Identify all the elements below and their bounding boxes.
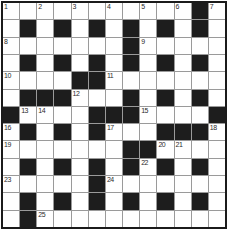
white-cell[interactable]: 25 <box>37 211 53 227</box>
black-cell <box>209 107 225 123</box>
white-cell[interactable] <box>157 38 173 54</box>
black-cell <box>20 124 36 140</box>
clue-number: 1 <box>4 3 7 11</box>
white-cell[interactable] <box>140 20 156 36</box>
white-cell[interactable] <box>106 20 122 36</box>
black-cell <box>37 90 53 106</box>
white-cell[interactable] <box>192 176 208 192</box>
white-cell[interactable]: 10 <box>3 72 19 88</box>
black-cell <box>192 20 208 36</box>
black-cell <box>89 193 105 209</box>
white-cell[interactable] <box>72 107 88 123</box>
black-cell <box>89 176 105 192</box>
white-cell[interactable] <box>175 159 191 175</box>
black-cell <box>89 159 105 175</box>
clue-number: 2 <box>38 3 41 11</box>
white-cell[interactable] <box>192 72 208 88</box>
white-cell[interactable] <box>20 72 36 88</box>
white-cell[interactable] <box>175 20 191 36</box>
white-cell[interactable] <box>157 107 173 123</box>
white-cell[interactable] <box>140 176 156 192</box>
white-cell[interactable] <box>54 107 70 123</box>
clue-number: 17 <box>107 124 114 132</box>
white-cell[interactable] <box>175 193 191 209</box>
black-cell <box>20 90 36 106</box>
black-cell <box>89 20 105 36</box>
white-cell[interactable] <box>89 211 105 227</box>
white-cell[interactable]: 13 <box>20 107 36 123</box>
black-cell <box>89 107 105 123</box>
clue-number: 23 <box>4 176 11 184</box>
black-cell <box>192 193 208 209</box>
clue-number: 18 <box>210 124 217 132</box>
white-cell[interactable]: 16 <box>3 124 19 140</box>
black-cell <box>123 55 139 71</box>
white-cell[interactable]: 15 <box>140 107 156 123</box>
black-cell <box>106 107 122 123</box>
black-cell <box>192 159 208 175</box>
black-cell <box>192 124 208 140</box>
white-cell[interactable] <box>72 211 88 227</box>
white-cell[interactable]: 24 <box>106 176 122 192</box>
black-cell <box>192 3 208 19</box>
white-cell[interactable] <box>106 193 122 209</box>
clue-number: 12 <box>73 90 80 98</box>
white-cell[interactable] <box>140 124 156 140</box>
black-cell <box>123 159 139 175</box>
white-cell[interactable] <box>37 124 53 140</box>
white-cell[interactable] <box>106 159 122 175</box>
white-cell[interactable]: 11 <box>106 72 122 88</box>
white-cell[interactable] <box>89 38 105 54</box>
black-cell <box>157 124 173 140</box>
black-cell <box>123 20 139 36</box>
white-cell[interactable] <box>37 20 53 36</box>
white-cell[interactable] <box>106 38 122 54</box>
black-cell <box>20 55 36 71</box>
clue-number: 25 <box>38 211 45 219</box>
white-cell[interactable] <box>175 107 191 123</box>
white-cell[interactable] <box>37 176 53 192</box>
white-cell[interactable] <box>123 211 139 227</box>
black-cell <box>175 124 191 140</box>
black-cell <box>123 141 139 157</box>
white-cell[interactable]: 17 <box>106 124 122 140</box>
white-cell[interactable]: 9 <box>140 38 156 54</box>
white-cell[interactable] <box>106 55 122 71</box>
white-cell[interactable]: 4 <box>106 3 122 19</box>
white-cell[interactable] <box>89 3 105 19</box>
white-cell[interactable]: 3 <box>72 3 88 19</box>
white-cell[interactable] <box>209 159 225 175</box>
white-cell[interactable] <box>54 141 70 157</box>
white-cell[interactable] <box>175 90 191 106</box>
white-cell[interactable]: 14 <box>37 107 53 123</box>
clue-number: 11 <box>107 72 113 80</box>
white-cell[interactable] <box>175 176 191 192</box>
white-cell[interactable] <box>106 90 122 106</box>
white-cell[interactable] <box>3 159 19 175</box>
white-cell[interactable] <box>3 211 19 227</box>
white-cell[interactable] <box>3 55 19 71</box>
white-cell[interactable] <box>157 176 173 192</box>
white-cell[interactable]: 12 <box>72 90 88 106</box>
black-cell <box>89 124 105 140</box>
white-cell[interactable] <box>3 20 19 36</box>
black-cell <box>157 20 173 36</box>
white-cell[interactable] <box>72 193 88 209</box>
white-cell[interactable] <box>106 141 122 157</box>
white-cell[interactable] <box>89 141 105 157</box>
white-cell[interactable] <box>54 176 70 192</box>
black-cell <box>3 107 19 123</box>
white-cell[interactable]: 2 <box>37 3 53 19</box>
white-cell[interactable]: 21 <box>175 141 191 157</box>
crossword-grid: 1234567891011121314151617181920212223242… <box>1 1 227 229</box>
black-cell <box>192 90 208 106</box>
white-cell[interactable] <box>140 193 156 209</box>
white-cell[interactable]: 22 <box>140 159 156 175</box>
white-cell[interactable] <box>72 38 88 54</box>
white-cell[interactable] <box>54 38 70 54</box>
clue-number: 22 <box>141 159 148 167</box>
white-cell[interactable]: 5 <box>140 3 156 19</box>
white-cell[interactable] <box>3 193 19 209</box>
black-cell <box>123 193 139 209</box>
black-cell <box>20 211 36 227</box>
white-cell[interactable] <box>37 72 53 88</box>
white-cell[interactable] <box>20 38 36 54</box>
white-cell[interactable] <box>72 141 88 157</box>
clue-number: 15 <box>141 107 148 115</box>
white-cell[interactable] <box>37 193 53 209</box>
black-cell <box>54 193 70 209</box>
black-cell <box>157 90 173 106</box>
white-cell[interactable]: 1 <box>3 3 19 19</box>
white-cell[interactable] <box>209 211 225 227</box>
white-cell[interactable]: 23 <box>3 176 19 192</box>
white-cell[interactable] <box>123 72 139 88</box>
white-cell[interactable] <box>192 141 208 157</box>
clue-number: 16 <box>4 124 11 132</box>
black-cell <box>123 107 139 123</box>
white-cell[interactable] <box>140 72 156 88</box>
white-cell[interactable]: 7 <box>209 3 225 19</box>
black-cell <box>72 72 88 88</box>
white-cell[interactable] <box>54 72 70 88</box>
white-cell[interactable]: 6 <box>175 3 191 19</box>
white-cell[interactable] <box>157 3 173 19</box>
white-cell[interactable] <box>209 38 225 54</box>
black-cell <box>54 159 70 175</box>
clue-number: 19 <box>4 141 11 149</box>
black-cell <box>157 159 173 175</box>
white-cell[interactable]: 20 <box>157 141 173 157</box>
white-cell[interactable] <box>175 72 191 88</box>
white-cell[interactable] <box>123 3 139 19</box>
black-cell <box>140 141 156 157</box>
clue-number: 9 <box>141 38 144 46</box>
white-cell[interactable] <box>72 124 88 140</box>
white-cell[interactable] <box>123 124 139 140</box>
white-cell[interactable]: 8 <box>3 38 19 54</box>
black-cell <box>54 55 70 71</box>
white-cell[interactable] <box>72 159 88 175</box>
white-cell[interactable] <box>140 211 156 227</box>
black-cell <box>89 72 105 88</box>
white-cell[interactable] <box>20 3 36 19</box>
white-cell[interactable] <box>209 55 225 71</box>
clue-number: 13 <box>21 107 28 115</box>
white-cell[interactable] <box>175 211 191 227</box>
white-cell[interactable] <box>209 141 225 157</box>
clue-number: 20 <box>158 141 165 149</box>
black-cell <box>54 90 70 106</box>
white-cell[interactable] <box>89 90 105 106</box>
white-cell[interactable] <box>123 176 139 192</box>
white-cell[interactable] <box>192 38 208 54</box>
clue-number: 7 <box>210 3 213 11</box>
white-cell[interactable] <box>209 20 225 36</box>
white-cell[interactable] <box>209 193 225 209</box>
white-cell[interactable] <box>106 211 122 227</box>
white-cell[interactable] <box>72 20 88 36</box>
black-cell <box>89 55 105 71</box>
black-cell <box>157 193 173 209</box>
white-cell[interactable] <box>140 55 156 71</box>
clue-number: 4 <box>107 3 110 11</box>
white-cell[interactable] <box>54 3 70 19</box>
black-cell <box>157 55 173 71</box>
clue-number: 14 <box>38 107 45 115</box>
white-cell[interactable] <box>192 211 208 227</box>
white-cell[interactable] <box>37 55 53 71</box>
black-cell <box>20 193 36 209</box>
black-cell <box>192 55 208 71</box>
white-cell[interactable] <box>175 55 191 71</box>
white-cell[interactable] <box>20 176 36 192</box>
white-cell[interactable] <box>20 141 36 157</box>
black-cell <box>20 159 36 175</box>
white-cell[interactable] <box>209 176 225 192</box>
white-cell[interactable] <box>37 141 53 157</box>
clue-number: 21 <box>176 141 183 149</box>
clue-number: 3 <box>73 3 76 11</box>
white-cell[interactable] <box>157 72 173 88</box>
black-cell <box>54 20 70 36</box>
white-cell[interactable] <box>3 90 19 106</box>
black-cell <box>54 124 70 140</box>
clue-number: 24 <box>107 176 114 184</box>
black-cell <box>123 38 139 54</box>
white-cell[interactable] <box>209 90 225 106</box>
white-cell[interactable] <box>72 176 88 192</box>
white-cell[interactable] <box>175 38 191 54</box>
white-cell[interactable] <box>37 159 53 175</box>
white-cell[interactable] <box>140 90 156 106</box>
white-cell[interactable] <box>37 38 53 54</box>
clue-number: 5 <box>141 3 144 11</box>
black-cell <box>123 90 139 106</box>
clue-number: 8 <box>4 38 7 46</box>
clue-number: 6 <box>176 3 179 11</box>
clue-number: 10 <box>4 72 11 80</box>
crossword-page: 1234567891011121314151617181920212223242… <box>0 0 228 230</box>
white-cell[interactable] <box>209 72 225 88</box>
white-cell[interactable]: 19 <box>3 141 19 157</box>
white-cell[interactable] <box>192 107 208 123</box>
white-cell[interactable] <box>54 211 70 227</box>
white-cell[interactable] <box>157 211 173 227</box>
white-cell[interactable]: 18 <box>209 124 225 140</box>
white-cell[interactable] <box>72 55 88 71</box>
black-cell <box>20 20 36 36</box>
